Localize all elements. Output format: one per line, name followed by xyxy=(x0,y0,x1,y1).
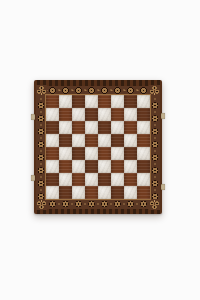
board-square xyxy=(111,134,124,147)
board-square xyxy=(46,160,59,173)
board-square xyxy=(72,160,85,173)
board-square xyxy=(111,147,124,160)
board-square xyxy=(124,121,137,134)
product-photo xyxy=(0,0,200,300)
board-square xyxy=(137,186,150,199)
board-square xyxy=(111,95,124,108)
board-square xyxy=(59,147,72,160)
board-square xyxy=(111,173,124,186)
board-square xyxy=(46,147,59,160)
board-square xyxy=(46,173,59,186)
board-square xyxy=(59,134,72,147)
board-square xyxy=(72,186,85,199)
board-square xyxy=(137,134,150,147)
board-square xyxy=(111,108,124,121)
board-square xyxy=(72,108,85,121)
board-square xyxy=(85,95,98,108)
board-square xyxy=(98,186,111,199)
board-square xyxy=(72,121,85,134)
board-square xyxy=(98,160,111,173)
board-square xyxy=(85,108,98,121)
board-square xyxy=(124,186,137,199)
board-square xyxy=(137,95,150,108)
board-square xyxy=(98,121,111,134)
board-square xyxy=(59,173,72,186)
board-square xyxy=(59,95,72,108)
board-square xyxy=(85,186,98,199)
board-square xyxy=(124,134,137,147)
board-square xyxy=(85,134,98,147)
board-square xyxy=(98,147,111,160)
board-square xyxy=(124,95,137,108)
hinge-pin xyxy=(31,114,35,120)
board-square xyxy=(72,95,85,108)
ornament-border-left xyxy=(36,86,46,209)
board-square xyxy=(124,173,137,186)
board-square xyxy=(59,160,72,173)
ornament-border-bottom xyxy=(46,199,150,209)
board-square xyxy=(59,108,72,121)
board-square xyxy=(137,160,150,173)
board-square xyxy=(46,134,59,147)
board-square xyxy=(111,160,124,173)
board-square xyxy=(46,108,59,121)
hinge-pin xyxy=(31,175,35,181)
corner-trefoil-ornament xyxy=(149,85,160,96)
board-square xyxy=(98,108,111,121)
board-square xyxy=(85,121,98,134)
board-square xyxy=(72,173,85,186)
ornament-border-top xyxy=(46,86,150,95)
hinge-pin xyxy=(161,184,165,190)
board-square xyxy=(124,160,137,173)
board-square xyxy=(137,173,150,186)
board-grid xyxy=(46,95,150,199)
board-square xyxy=(59,121,72,134)
board-square xyxy=(137,121,150,134)
board-square xyxy=(46,121,59,134)
board-square xyxy=(111,121,124,134)
board-square xyxy=(46,186,59,199)
board-square xyxy=(111,186,124,199)
hinge-pin xyxy=(161,113,165,119)
board-square xyxy=(72,147,85,160)
corner-trefoil-ornament xyxy=(149,199,160,210)
board-square xyxy=(85,147,98,160)
board-square xyxy=(124,147,137,160)
board-square xyxy=(59,186,72,199)
corner-trefoil-ornament xyxy=(36,199,47,210)
board-square xyxy=(124,108,137,121)
board-square xyxy=(137,147,150,160)
board-square xyxy=(98,134,111,147)
board-square xyxy=(98,173,111,186)
board-square xyxy=(46,95,59,108)
board-square xyxy=(85,173,98,186)
chess-board xyxy=(34,80,162,214)
board-square xyxy=(137,108,150,121)
board-square xyxy=(85,160,98,173)
board-square xyxy=(72,134,85,147)
ornament-border-right xyxy=(150,86,160,209)
board-square xyxy=(98,95,111,108)
